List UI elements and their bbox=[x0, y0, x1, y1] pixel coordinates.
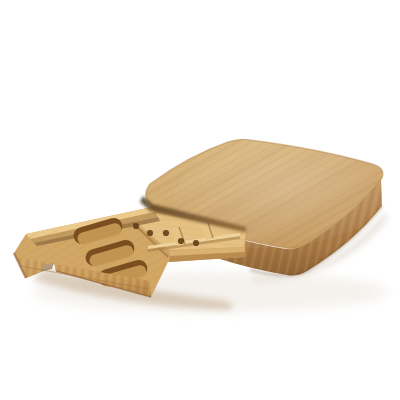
peg-hole bbox=[163, 230, 169, 236]
peg-hole bbox=[193, 240, 199, 246]
peg-hole bbox=[178, 238, 184, 244]
peg-hole bbox=[147, 230, 153, 236]
product-photo bbox=[0, 0, 400, 400]
cheese-board-illustration bbox=[0, 0, 400, 400]
